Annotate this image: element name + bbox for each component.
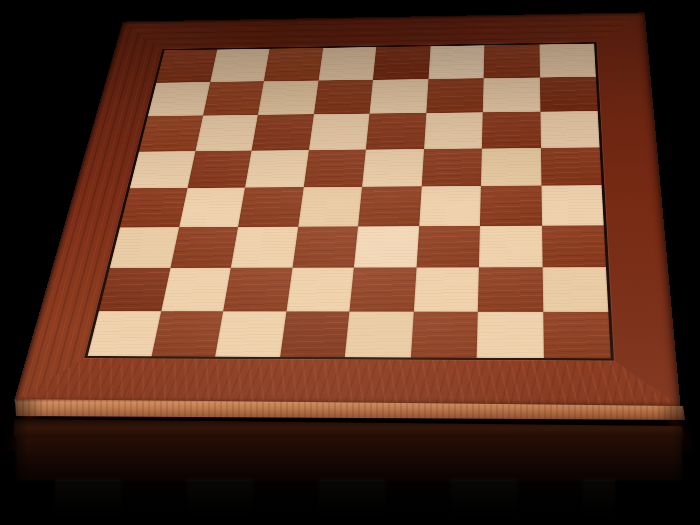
square-r4c7	[481, 148, 541, 186]
square-r6c5	[354, 226, 419, 268]
square-r8c6	[410, 311, 477, 358]
square-r7c3	[223, 268, 292, 311]
square-r3c1	[139, 115, 203, 151]
square-r5c8	[541, 185, 604, 225]
square-r2c4	[313, 80, 372, 115]
board-grid	[88, 44, 611, 359]
square-r3c6	[424, 112, 483, 148]
square-r2c7	[483, 77, 540, 112]
square-r7c8	[542, 267, 608, 311]
square-r5c6	[419, 186, 481, 226]
scene	[0, 0, 700, 525]
square-r1c2	[210, 49, 270, 82]
board-reflection	[0, 417, 700, 525]
square-r6c6	[416, 226, 480, 268]
square-r8c4	[280, 311, 350, 357]
square-r6c4	[292, 226, 358, 268]
square-r2c2	[203, 81, 264, 115]
square-r7c1	[99, 268, 170, 311]
square-r5c2	[179, 188, 245, 227]
square-r5c7	[480, 186, 542, 226]
square-r2c3	[258, 80, 318, 115]
square-r1c4	[318, 47, 376, 80]
square-r2c6	[426, 78, 484, 113]
square-r4c8	[541, 147, 602, 185]
square-r1c1	[156, 50, 216, 83]
square-r3c5	[366, 113, 426, 149]
square-r3c2	[195, 115, 258, 151]
reflection-fade	[0, 417, 700, 525]
square-r3c3	[252, 114, 314, 150]
square-r2c5	[369, 79, 428, 114]
square-r1c7	[484, 44, 540, 78]
square-r3c8	[540, 111, 600, 148]
square-r1c5	[373, 46, 430, 79]
square-r8c2	[151, 311, 223, 357]
square-r8c3	[215, 311, 286, 357]
square-r4c6	[421, 148, 482, 186]
square-r8c5	[345, 311, 414, 357]
square-r7c2	[161, 268, 231, 311]
square-r4c1	[130, 151, 195, 188]
square-r6c1	[110, 227, 179, 268]
square-r7c4	[286, 268, 354, 312]
square-r7c6	[413, 267, 479, 311]
square-r4c4	[303, 149, 366, 187]
chess-board	[14, 12, 681, 406]
square-r4c3	[245, 150, 309, 188]
square-r4c2	[187, 150, 251, 188]
square-r8c1	[88, 311, 161, 357]
square-r6c3	[231, 226, 298, 267]
square-r5c3	[238, 187, 303, 226]
square-r7c7	[478, 267, 543, 311]
square-r5c5	[358, 186, 421, 226]
square-r5c4	[298, 187, 362, 227]
board-top-face	[14, 12, 681, 406]
square-r8c8	[543, 311, 611, 358]
square-r3c7	[482, 112, 541, 149]
square-r1c8	[539, 44, 596, 78]
square-r1c3	[264, 48, 323, 81]
square-r6c8	[542, 225, 606, 267]
square-r1c6	[428, 45, 484, 78]
square-r5c1	[120, 188, 187, 227]
square-r2c1	[148, 82, 210, 116]
square-r3c4	[309, 114, 370, 150]
square-r6c2	[170, 227, 238, 268]
square-r8c7	[477, 311, 544, 358]
square-r6c7	[479, 225, 542, 267]
square-r4c5	[362, 149, 424, 187]
square-r7c5	[349, 267, 416, 311]
square-r2c8	[540, 77, 598, 112]
